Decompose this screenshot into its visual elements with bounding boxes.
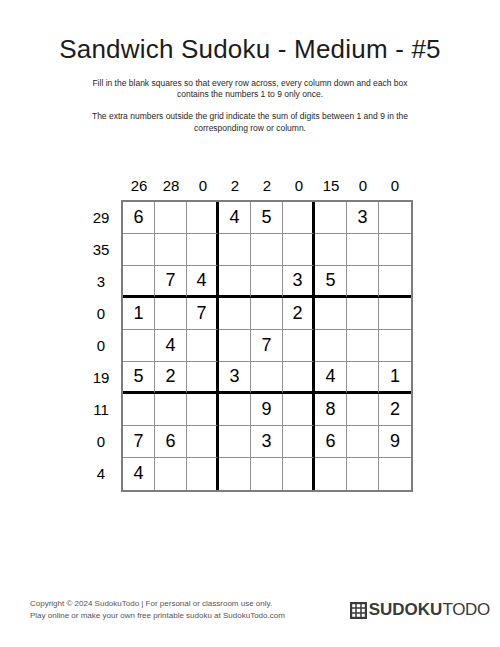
cell-r3c4[interactable] bbox=[219, 266, 251, 298]
puzzle-corner-spacer bbox=[81, 167, 121, 200]
cell-r8c5: 3 bbox=[251, 426, 283, 458]
col-clue-7: 15 bbox=[315, 167, 347, 200]
cell-r1c2[interactable] bbox=[155, 202, 187, 234]
row-clues: 2935300191104 bbox=[81, 200, 121, 492]
col-clue-3: 0 bbox=[187, 167, 219, 200]
row-clue-7: 11 bbox=[81, 394, 121, 426]
cell-r4c2[interactable] bbox=[155, 298, 187, 330]
sudokutodo-logo: SUDOKUTODO bbox=[350, 600, 490, 620]
page-footer: Copyright © 2024 SudokuTodo | For person… bbox=[0, 598, 500, 622]
row-clue-2: 35 bbox=[81, 234, 121, 266]
instructions-rule: Fill in the blank squares so that every … bbox=[85, 78, 415, 100]
cell-r9c3[interactable] bbox=[187, 458, 219, 490]
cell-r7c8[interactable] bbox=[347, 394, 379, 426]
sudoku-board: 645374351724752341982763694 bbox=[121, 200, 413, 492]
cell-r8c6[interactable] bbox=[283, 426, 315, 458]
cell-r8c4[interactable] bbox=[219, 426, 251, 458]
cell-r9c7 bbox=[315, 458, 347, 490]
cell-r1c9[interactable] bbox=[379, 202, 411, 234]
row-clue-6: 19 bbox=[81, 362, 121, 394]
cell-r7c6[interactable] bbox=[283, 394, 315, 426]
cell-r5c8[interactable] bbox=[347, 330, 379, 362]
cell-r3c8[interactable] bbox=[347, 266, 379, 298]
cell-r4c1: 1 bbox=[123, 298, 155, 330]
cell-r3c9[interactable] bbox=[379, 266, 411, 298]
cell-r6c6[interactable] bbox=[283, 362, 315, 394]
row-clue-3: 3 bbox=[81, 266, 121, 298]
cell-r5c9[interactable] bbox=[379, 330, 411, 362]
cell-r6c7: 4 bbox=[315, 362, 347, 394]
cell-r8c9: 9 bbox=[379, 426, 411, 458]
cell-r2c7[interactable] bbox=[315, 234, 347, 266]
cell-r1c6[interactable] bbox=[283, 202, 315, 234]
cell-r8c3[interactable] bbox=[187, 426, 219, 458]
cell-r7c2[interactable] bbox=[155, 394, 187, 426]
cell-r4c5[interactable] bbox=[251, 298, 283, 330]
cell-r5c5: 7 bbox=[251, 330, 283, 362]
cell-r3c2: 7 bbox=[155, 266, 187, 298]
cell-r1c7[interactable] bbox=[315, 202, 347, 234]
logo-wordmark: SUDOKUTODO bbox=[369, 600, 490, 620]
col-clue-4: 2 bbox=[219, 167, 251, 200]
cell-r7c5: 9 bbox=[251, 394, 283, 426]
cell-r1c4: 4 bbox=[219, 202, 251, 234]
cell-r2c9[interactable] bbox=[379, 234, 411, 266]
cell-r2c2[interactable] bbox=[155, 234, 187, 266]
cell-r9c4[interactable] bbox=[219, 458, 251, 490]
cell-r8c1: 7 bbox=[123, 426, 155, 458]
cell-r5c4[interactable] bbox=[219, 330, 251, 362]
cell-r9c9 bbox=[379, 458, 411, 490]
cell-r2c3[interactable] bbox=[187, 234, 219, 266]
sandwich-sudoku-puzzle: 262802201500 2935300191104 6453743517247… bbox=[81, 167, 500, 492]
logo-word-todo: TODO bbox=[442, 600, 490, 619]
column-clues: 262802201500 bbox=[121, 167, 413, 200]
cell-r9c2[interactable] bbox=[155, 458, 187, 490]
cell-r5c2: 4 bbox=[155, 330, 187, 362]
cell-r3c3: 4 bbox=[187, 266, 219, 298]
tagline-line: Play online or make your own free printa… bbox=[30, 610, 285, 622]
row-clue-4: 0 bbox=[81, 298, 121, 330]
cell-r9c8 bbox=[347, 458, 379, 490]
cell-r7c9: 2 bbox=[379, 394, 411, 426]
cell-r6c1: 5 bbox=[123, 362, 155, 394]
cell-r8c7: 6 bbox=[315, 426, 347, 458]
row-clue-8: 0 bbox=[81, 426, 121, 458]
sudoku-grid-icon bbox=[350, 602, 369, 619]
cell-r5c1[interactable] bbox=[123, 330, 155, 362]
cell-r4c4[interactable] bbox=[219, 298, 251, 330]
cell-r1c3[interactable] bbox=[187, 202, 219, 234]
cell-r9c1: 4 bbox=[123, 458, 155, 490]
cell-r2c5[interactable] bbox=[251, 234, 283, 266]
cell-r2c6[interactable] bbox=[283, 234, 315, 266]
cell-r8c8[interactable] bbox=[347, 426, 379, 458]
col-clue-5: 2 bbox=[251, 167, 283, 200]
cell-r6c8[interactable] bbox=[347, 362, 379, 394]
cell-r3c6: 3 bbox=[283, 266, 315, 298]
col-clue-2: 28 bbox=[155, 167, 187, 200]
col-clue-8: 0 bbox=[347, 167, 379, 200]
cell-r1c8: 3 bbox=[347, 202, 379, 234]
col-clue-6: 0 bbox=[283, 167, 315, 200]
cell-r4c3: 7 bbox=[187, 298, 219, 330]
logo-word-sudoku: SUDOKU bbox=[369, 600, 443, 619]
cell-r2c8[interactable] bbox=[347, 234, 379, 266]
cell-r5c3[interactable] bbox=[187, 330, 219, 362]
col-clue-9: 0 bbox=[379, 167, 411, 200]
cell-r3c5[interactable] bbox=[251, 266, 283, 298]
cell-r6c4: 3 bbox=[219, 362, 251, 394]
cell-r7c1[interactable] bbox=[123, 394, 155, 426]
page-title: Sandwich Sudoku - Medium - #5 bbox=[0, 34, 500, 65]
cell-r2c4[interactable] bbox=[219, 234, 251, 266]
row-clue-5: 0 bbox=[81, 330, 121, 362]
cell-r4c8[interactable] bbox=[347, 298, 379, 330]
cell-r9c6 bbox=[283, 458, 315, 490]
row-clue-1: 29 bbox=[81, 202, 121, 234]
cell-r7c3[interactable] bbox=[187, 394, 219, 426]
cell-r4c7[interactable] bbox=[315, 298, 347, 330]
cell-r6c9: 1 bbox=[379, 362, 411, 394]
cell-r7c4[interactable] bbox=[219, 394, 251, 426]
row-clue-9: 4 bbox=[81, 458, 121, 490]
cell-r4c6: 2 bbox=[283, 298, 315, 330]
cell-r6c5[interactable] bbox=[251, 362, 283, 394]
cell-r7c7: 8 bbox=[315, 394, 347, 426]
cell-r6c2: 2 bbox=[155, 362, 187, 394]
cell-r6c3[interactable] bbox=[187, 362, 219, 394]
footer-text: Copyright © 2024 SudokuTodo | For person… bbox=[30, 598, 285, 622]
cell-r2c1[interactable] bbox=[123, 234, 155, 266]
cell-r3c1[interactable] bbox=[123, 266, 155, 298]
instructions-sandwich: The extra numbers outside the grid indic… bbox=[85, 111, 415, 133]
col-clue-1: 26 bbox=[123, 167, 155, 200]
cell-r1c1: 6 bbox=[123, 202, 155, 234]
cell-r8c2: 6 bbox=[155, 426, 187, 458]
cell-r4c9[interactable] bbox=[379, 298, 411, 330]
cell-r5c6[interactable] bbox=[283, 330, 315, 362]
cell-r5c7[interactable] bbox=[315, 330, 347, 362]
copyright-line: Copyright © 2024 SudokuTodo | For person… bbox=[30, 598, 285, 610]
cell-r1c5: 5 bbox=[251, 202, 283, 234]
cell-r3c7: 5 bbox=[315, 266, 347, 298]
cell-r9c5 bbox=[251, 458, 283, 490]
